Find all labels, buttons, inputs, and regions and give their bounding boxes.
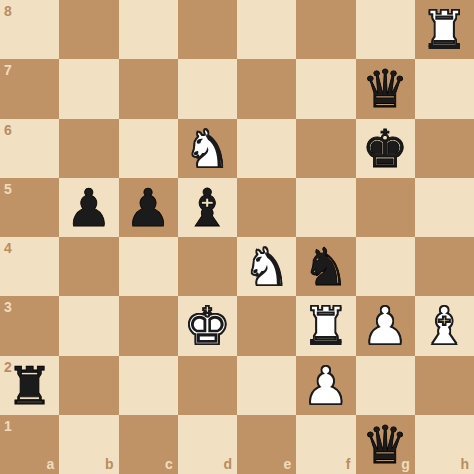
square-a7[interactable]: 7	[0, 59, 59, 118]
square-a2[interactable]: 2♜	[0, 356, 59, 415]
white-rook[interactable]: ♜	[303, 297, 350, 356]
square-g3[interactable]: ♟	[356, 296, 415, 355]
square-g1[interactable]: g♛	[356, 415, 415, 474]
square-e7[interactable]	[237, 59, 296, 118]
square-d4[interactable]	[178, 237, 237, 296]
square-g8[interactable]	[356, 0, 415, 59]
square-c2[interactable]	[119, 356, 178, 415]
square-h1[interactable]: h	[415, 415, 474, 474]
black-pawn[interactable]: ♟	[125, 179, 172, 238]
chess-board: 8♜7♛6♞♚5♟♟♝4♞♞3♚♜♟♝2♜♟1abcdefg♛h	[0, 0, 474, 474]
black-queen[interactable]: ♛	[362, 60, 409, 119]
square-a6[interactable]: 6	[0, 119, 59, 178]
white-rook[interactable]: ♜	[421, 1, 468, 60]
square-a5[interactable]: 5	[0, 178, 59, 237]
square-f1[interactable]: f	[296, 415, 355, 474]
file-label-f: f	[346, 457, 351, 471]
square-h2[interactable]	[415, 356, 474, 415]
square-d1[interactable]: d	[178, 415, 237, 474]
square-h4[interactable]	[415, 237, 474, 296]
square-b7[interactable]	[59, 59, 118, 118]
square-b1[interactable]: b	[59, 415, 118, 474]
square-d7[interactable]	[178, 59, 237, 118]
black-queen[interactable]: ♛	[362, 416, 409, 474]
black-bishop[interactable]: ♝	[184, 179, 231, 238]
file-label-a: a	[46, 457, 54, 471]
square-c6[interactable]	[119, 119, 178, 178]
square-h7[interactable]	[415, 59, 474, 118]
white-bishop[interactable]: ♝	[421, 297, 468, 356]
file-label-b: b	[105, 457, 114, 471]
square-c5[interactable]: ♟	[119, 178, 178, 237]
square-b6[interactable]	[59, 119, 118, 178]
square-e3[interactable]	[237, 296, 296, 355]
rank-label-6: 6	[4, 123, 12, 137]
square-c4[interactable]	[119, 237, 178, 296]
square-d2[interactable]	[178, 356, 237, 415]
square-b5[interactable]: ♟	[59, 178, 118, 237]
rank-label-1: 1	[4, 419, 12, 433]
square-c7[interactable]	[119, 59, 178, 118]
file-label-e: e	[283, 457, 291, 471]
square-d5[interactable]: ♝	[178, 178, 237, 237]
square-d6[interactable]: ♞	[178, 119, 237, 178]
white-pawn[interactable]: ♟	[362, 297, 409, 356]
square-h8[interactable]: ♜	[415, 0, 474, 59]
rank-label-7: 7	[4, 63, 12, 77]
square-d8[interactable]	[178, 0, 237, 59]
square-g5[interactable]	[356, 178, 415, 237]
square-e5[interactable]	[237, 178, 296, 237]
square-f7[interactable]	[296, 59, 355, 118]
square-f4[interactable]: ♞	[296, 237, 355, 296]
square-f5[interactable]	[296, 178, 355, 237]
rank-label-4: 4	[4, 241, 12, 255]
square-b8[interactable]	[59, 0, 118, 59]
square-e8[interactable]	[237, 0, 296, 59]
square-a1[interactable]: 1a	[0, 415, 59, 474]
square-c8[interactable]	[119, 0, 178, 59]
square-c1[interactable]: c	[119, 415, 178, 474]
rank-label-3: 3	[4, 300, 12, 314]
black-king[interactable]: ♚	[362, 120, 409, 179]
square-g2[interactable]	[356, 356, 415, 415]
square-h6[interactable]	[415, 119, 474, 178]
square-f6[interactable]	[296, 119, 355, 178]
square-g6[interactable]: ♚	[356, 119, 415, 178]
file-label-h: h	[460, 457, 469, 471]
square-a8[interactable]: 8	[0, 0, 59, 59]
square-b3[interactable]	[59, 296, 118, 355]
white-knight[interactable]: ♞	[243, 238, 290, 297]
black-rook[interactable]: ♜	[6, 357, 53, 416]
file-label-c: c	[165, 457, 173, 471]
black-knight[interactable]: ♞	[303, 238, 350, 297]
square-c3[interactable]	[119, 296, 178, 355]
square-f3[interactable]: ♜	[296, 296, 355, 355]
square-e4[interactable]: ♞	[237, 237, 296, 296]
square-h5[interactable]	[415, 178, 474, 237]
rank-label-8: 8	[4, 4, 12, 18]
square-g4[interactable]	[356, 237, 415, 296]
square-e1[interactable]: e	[237, 415, 296, 474]
rank-label-5: 5	[4, 182, 12, 196]
file-label-d: d	[223, 457, 232, 471]
square-a3[interactable]: 3	[0, 296, 59, 355]
square-e6[interactable]	[237, 119, 296, 178]
square-b2[interactable]	[59, 356, 118, 415]
square-b4[interactable]	[59, 237, 118, 296]
square-d3[interactable]: ♚	[178, 296, 237, 355]
white-knight[interactable]: ♞	[184, 120, 231, 179]
white-king[interactable]: ♚	[184, 297, 231, 356]
square-f2[interactable]: ♟	[296, 356, 355, 415]
square-g7[interactable]: ♛	[356, 59, 415, 118]
square-h3[interactable]: ♝	[415, 296, 474, 355]
square-f8[interactable]	[296, 0, 355, 59]
square-a4[interactable]: 4	[0, 237, 59, 296]
white-pawn[interactable]: ♟	[303, 357, 350, 416]
square-e2[interactable]	[237, 356, 296, 415]
black-pawn[interactable]: ♟	[66, 179, 113, 238]
